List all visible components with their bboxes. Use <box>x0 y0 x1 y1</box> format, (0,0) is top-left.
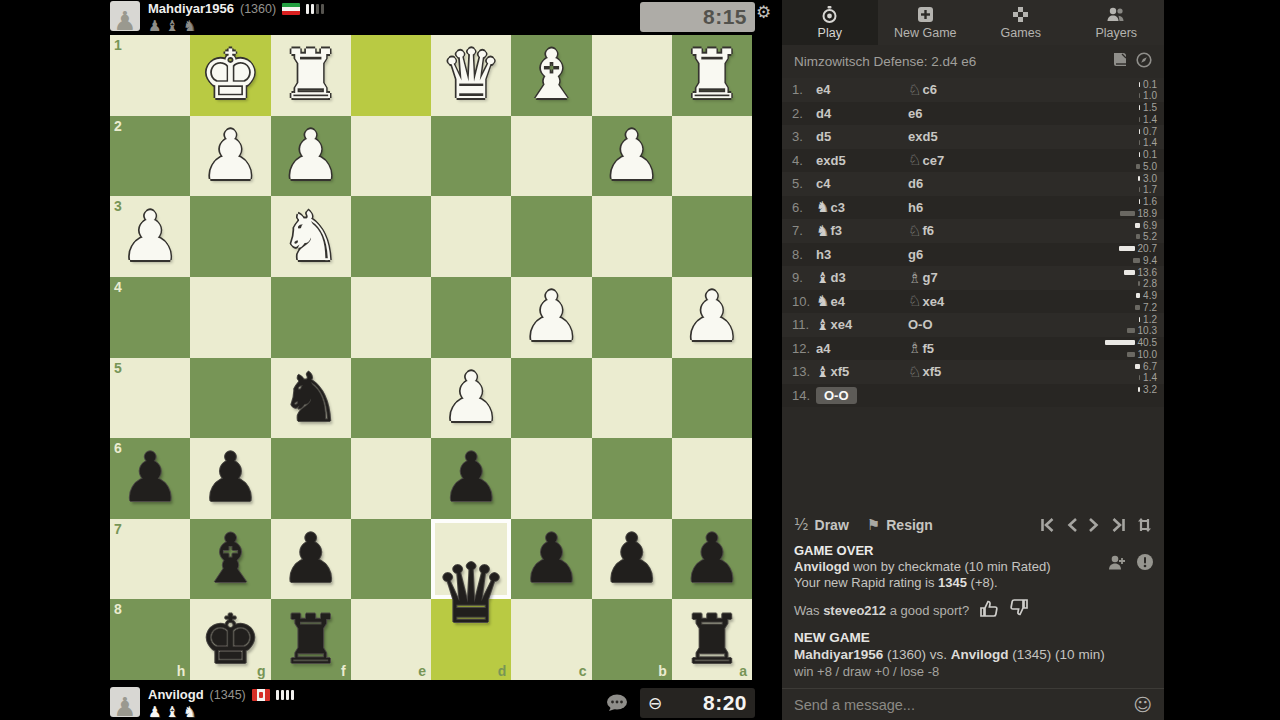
black-move[interactable]: ♗f5 <box>908 339 1054 357</box>
rank-label: 1 <box>114 37 122 53</box>
move-row: 7.♞f3♘f66.95.2 <box>782 219 1164 243</box>
chess-board[interactable]: 1♚♜♛♝♜2♟♟♟3♟♞4♟♟5♞♟6♟♟♟7♝♟♛♟♟♟8hg♚f♜edcb… <box>110 35 752 680</box>
piece-icon: ♝ <box>816 363 829 381</box>
square-c7[interactable]: ♟ <box>511 519 591 600</box>
square-a7[interactable]: ♟ <box>672 519 752 600</box>
black-move[interactable]: ♘c6 <box>908 81 1054 99</box>
report-icon[interactable] <box>1136 553 1154 575</box>
black-pawn[interactable]: ♟ <box>431 438 511 519</box>
move-row: 8.h3g620.79.4 <box>782 243 1164 267</box>
tab-new-game[interactable]: New Game <box>878 0 974 45</box>
white-move[interactable]: ♝xe4 <box>816 316 908 334</box>
half-point-icon: ½ <box>794 516 809 534</box>
black-rook[interactable]: ♜ <box>672 599 752 680</box>
rank-label: 8 <box>114 601 122 617</box>
square-a5[interactable] <box>672 358 752 439</box>
connection-signal-icon <box>306 4 324 14</box>
sidebar: Play New Game Games Players Nimzowitsch … <box>782 0 1164 720</box>
bottom-player-bar: ♟ Anvilogd (1345) ♟♝♞ ⊖ 8:20 <box>110 686 770 720</box>
square-g8[interactable]: g♚ <box>190 599 270 680</box>
piece-icon: ♞ <box>816 222 829 240</box>
square-d1[interactable]: ♛ <box>431 35 511 116</box>
add-friend-icon[interactable] <box>1107 554 1126 575</box>
square-d4[interactable] <box>431 277 511 358</box>
iran-flag-icon <box>282 3 300 15</box>
square-g3[interactable] <box>190 196 270 277</box>
white-move[interactable]: ♞f3 <box>816 222 908 240</box>
smiley-icon[interactable]: ☺ <box>1133 694 1152 715</box>
move-list: 1.e4♘c60.11.02.d4e61.51.43.d5exd50.71.44… <box>782 78 1164 407</box>
square-b7[interactable]: ♟ <box>592 519 672 600</box>
square-h5[interactable]: 5 <box>110 358 190 439</box>
clock-bottom: ⊖ 8:20 <box>640 688 755 718</box>
tab-play[interactable]: Play <box>782 0 878 45</box>
move-row: 5.c4d63.01.7 <box>782 172 1164 196</box>
move-number: 11. <box>782 317 816 332</box>
sportsmanship-row: Was steveo212 a good sport? <box>782 593 1164 627</box>
rank-label: 2 <box>114 118 122 134</box>
white-pawn[interactable]: ♟ <box>190 116 270 197</box>
square-f5[interactable]: ♞ <box>271 358 351 439</box>
black-move[interactable]: ♗g7 <box>908 269 1054 287</box>
square-b6[interactable] <box>592 438 672 519</box>
explorer-compass-icon[interactable] <box>1136 52 1152 72</box>
piece-icon: ♝ <box>816 316 829 334</box>
piece-icon: ♞ <box>816 292 829 310</box>
black-move[interactable]: O-O <box>908 317 1054 332</box>
black-move[interactable]: d6 <box>908 176 1054 191</box>
square-c3[interactable] <box>511 196 591 277</box>
game-over-result: Anvilogd won by checkmate (10 min Rated) <box>794 559 1152 575</box>
move-number: 1. <box>782 82 816 97</box>
first-move-button[interactable] <box>1039 517 1056 533</box>
move-times: 1.618.9 <box>1054 196 1164 219</box>
move-row: 3.d5exd50.71.4 <box>782 125 1164 149</box>
black-pawn[interactable]: ♟ <box>672 519 752 600</box>
player-name-top[interactable]: Mahdiyar1956 <box>148 1 234 16</box>
move-times: 6.95.2 <box>1054 219 1164 242</box>
black-pawn[interactable]: ♟ <box>110 438 190 519</box>
square-e8[interactable]: e <box>351 599 431 680</box>
white-move[interactable]: a4 <box>816 341 908 356</box>
rank-label: 7 <box>114 521 122 537</box>
square-a8[interactable]: a♜ <box>672 599 752 680</box>
white-pawn[interactable]: ♟ <box>431 358 511 439</box>
square-f8[interactable]: f♜ <box>271 599 351 680</box>
black-king[interactable]: ♚ <box>190 599 270 680</box>
white-bishop[interactable]: ♝ <box>511 35 591 116</box>
new-game-panel: NEW GAME Mahdiyar1956 (1360) vs. Anvilog… <box>782 627 1164 682</box>
square-f3[interactable]: ♞ <box>271 196 351 277</box>
move-row: 14.O-O3.2 <box>782 384 1164 408</box>
move-times: 20.79.4 <box>1054 243 1164 266</box>
tab-players[interactable]: Players <box>1069 0 1165 45</box>
clock-top: 8:15 <box>640 2 755 32</box>
white-pawn[interactable]: ♟ <box>672 277 752 358</box>
square-h1[interactable]: 1 <box>110 35 190 116</box>
piece-icon: ♘ <box>908 81 921 99</box>
square-g2[interactable]: ♟ <box>190 116 270 197</box>
move-row: 10.♞e4♘xe44.97.2 <box>782 290 1164 314</box>
square-b3[interactable] <box>592 196 672 277</box>
square-c6[interactable] <box>511 438 591 519</box>
file-label: b <box>658 663 667 679</box>
resign-flag-icon: ⚑ <box>867 516 880 534</box>
square-f4[interactable] <box>271 277 351 358</box>
square-h2[interactable]: 2 <box>110 116 190 197</box>
pawn-avatar-icon: ♟ <box>113 692 136 717</box>
square-c1[interactable]: ♝ <box>511 35 591 116</box>
move-number: 3. <box>782 129 816 144</box>
move-times: 1.210.3 <box>1054 313 1164 336</box>
move-row: 6.♞c3h61.618.9 <box>782 196 1164 220</box>
players-icon <box>1106 6 1126 23</box>
move-row: 12.a4♗f540.510.0 <box>782 337 1164 361</box>
move-number: 13. <box>782 364 816 379</box>
square-d5[interactable]: ♟ <box>431 358 511 439</box>
square-d7[interactable]: ♛ <box>431 519 511 600</box>
move-number: 5. <box>782 176 816 191</box>
square-c8[interactable]: c <box>511 599 591 680</box>
captured-pieces-top: ♟♝♞ <box>148 17 324 33</box>
thumbs-down-icon[interactable] <box>1009 599 1029 621</box>
square-a4[interactable]: ♟ <box>672 277 752 358</box>
canada-flag-icon <box>252 689 270 701</box>
square-d2[interactable] <box>431 116 511 197</box>
black-move[interactable]: ♘xe4 <box>908 292 1054 310</box>
piece-icon: ♘ <box>908 151 921 169</box>
white-king[interactable]: ♚ <box>190 35 270 116</box>
move-number: 12. <box>782 341 816 356</box>
move-row: 1.e4♘c60.11.0 <box>782 78 1164 102</box>
square-g5[interactable] <box>190 358 270 439</box>
white-move[interactable]: ♞c3 <box>816 198 908 216</box>
white-move[interactable]: h3 <box>816 247 908 262</box>
square-e1[interactable] <box>351 35 431 116</box>
captured-pieces-bottom: ♟♝♞ <box>148 703 294 719</box>
opening-row: Nimzowitsch Defense: 2.d4 e6 <box>782 45 1164 78</box>
black-pawn[interactable]: ♟ <box>271 519 351 600</box>
tab-bar: Play New Game Games Players <box>782 0 1164 45</box>
connection-signal-icon <box>276 690 294 700</box>
move-number: 7. <box>782 223 816 238</box>
draw-button[interactable]: ½ Draw <box>794 516 849 534</box>
move-number: 14. <box>782 388 816 403</box>
rank-label: 5 <box>114 360 122 376</box>
piece-icon: ♝ <box>816 269 829 287</box>
move-times: 13.62.8 <box>1054 266 1164 289</box>
square-f2[interactable]: ♟ <box>271 116 351 197</box>
new-game-matchup: Mahdiyar1956 (1360) vs. Anvilogd (1345) … <box>794 646 1152 663</box>
move-row: 2.d4e61.51.4 <box>782 102 1164 126</box>
openings-book-icon[interactable] <box>1112 52 1128 71</box>
move-times: 1.51.4 <box>1054 102 1164 125</box>
white-pawn[interactable]: ♟ <box>511 277 591 358</box>
player-rating-bottom: (1345) <box>210 688 246 702</box>
file-label: c <box>579 663 587 679</box>
black-pawn[interactable]: ♟ <box>592 519 672 600</box>
square-g6[interactable]: ♟ <box>190 438 270 519</box>
black-knight[interactable]: ♞ <box>271 358 351 439</box>
piece-icon: ♘ <box>908 292 921 310</box>
tab-games[interactable]: Games <box>973 0 1069 45</box>
top-player-bar: ♟ Mahdiyar1956 (1360) ♟♝♞ 8:15 <box>110 0 770 34</box>
square-e2[interactable] <box>351 116 431 197</box>
gear-icon[interactable]: ⚙ <box>756 2 771 22</box>
white-pawn[interactable]: ♟ <box>271 116 351 197</box>
square-e7[interactable] <box>351 519 431 600</box>
rating-odds: win +8 / draw +0 / lose -8 <box>794 663 1152 680</box>
black-pawn[interactable]: ♟ <box>511 519 591 600</box>
move-number: 2. <box>782 106 816 121</box>
move-times: 3.2 <box>1054 384 1164 407</box>
file-label: h <box>177 663 186 679</box>
black-move[interactable]: ♘f6 <box>908 222 1054 240</box>
chat-bubble-icon[interactable] <box>606 694 630 716</box>
move-number: 10. <box>782 294 816 309</box>
square-b5[interactable] <box>592 358 672 439</box>
move-times: 6.71.4 <box>1054 360 1164 383</box>
square-e6[interactable] <box>351 438 431 519</box>
message-input[interactable]: Send a message... <box>794 697 1133 713</box>
chat-footer: Send a message... ☺ <box>782 688 1164 720</box>
avatar-bottom[interactable]: ♟ <box>110 687 140 717</box>
square-f6[interactable] <box>271 438 351 519</box>
square-c5[interactable] <box>511 358 591 439</box>
square-g4[interactable] <box>190 277 270 358</box>
white-move[interactable]: ♝xf5 <box>816 363 908 381</box>
square-c2[interactable] <box>511 116 591 197</box>
thumbs-up-icon[interactable] <box>979 599 999 621</box>
sportsmanship-question: Was steveo212 a good sport? <box>794 603 969 618</box>
white-move[interactable]: c4 <box>816 176 908 191</box>
square-a1[interactable]: ♜ <box>672 35 752 116</box>
white-pawn[interactable]: ♟ <box>110 196 190 277</box>
new-game-title: NEW GAME <box>794 629 1152 646</box>
black-rook[interactable]: ♜ <box>271 599 351 680</box>
square-h3[interactable]: 3♟ <box>110 196 190 277</box>
move-number: 9. <box>782 270 816 285</box>
white-move[interactable]: d4 <box>816 106 908 121</box>
new-rating-line: Your new Rapid rating is 1345 (+8). <box>794 575 1152 591</box>
white-move[interactable]: ♞e4 <box>816 292 908 310</box>
square-b2[interactable]: ♟ <box>592 116 672 197</box>
square-d3[interactable] <box>431 196 511 277</box>
square-h6[interactable]: 6♟ <box>110 438 190 519</box>
move-number: 4. <box>782 153 816 168</box>
black-move[interactable]: ♘ce7 <box>908 151 1054 169</box>
top-player-info: Mahdiyar1956 (1360) ♟♝♞ <box>148 1 324 33</box>
black-move[interactable]: exd5 <box>908 129 1054 144</box>
white-knight[interactable]: ♞ <box>271 196 351 277</box>
move-row: 9.♝d3♗g713.62.8 <box>782 266 1164 290</box>
resign-button[interactable]: ⚑ Resign <box>867 516 933 534</box>
last-move-button[interactable] <box>1110 517 1127 533</box>
white-rook[interactable]: ♜ <box>672 35 752 116</box>
file-label: d <box>498 663 507 679</box>
square-h4[interactable]: 4 <box>110 277 190 358</box>
square-f1[interactable]: ♜ <box>271 35 351 116</box>
square-c4[interactable]: ♟ <box>511 277 591 358</box>
piece-icon: ♞ <box>816 198 829 216</box>
black-queen[interactable]: ♛ <box>431 554 511 635</box>
flip-board-icon[interactable] <box>1137 517 1152 533</box>
move-times: 0.15.0 <box>1054 149 1164 172</box>
rank-label: 4 <box>114 279 122 295</box>
stopwatch-icon <box>821 6 838 23</box>
bottom-player-info: Anvilogd (1345) ♟♝♞ <box>148 687 294 719</box>
black-pawn[interactable]: ♟ <box>190 438 270 519</box>
piece-icon: ♗ <box>908 269 921 287</box>
square-h7[interactable]: 7 <box>110 519 190 600</box>
black-move[interactable]: e6 <box>908 106 1054 121</box>
white-move[interactable]: exd5 <box>816 153 908 168</box>
move-times: 40.510.0 <box>1054 337 1164 360</box>
file-label: e <box>418 663 426 679</box>
black-move[interactable]: ♘xf5 <box>908 363 1054 381</box>
white-queen[interactable]: ♛ <box>431 35 511 116</box>
checkerboard-icon <box>1012 6 1029 23</box>
next-move-button[interactable] <box>1088 517 1100 533</box>
pawn-avatar-icon: ♟ <box>113 6 136 31</box>
game-over-title: GAME OVER <box>794 543 1152 559</box>
avatar-top[interactable]: ♟ <box>110 1 140 31</box>
white-pawn[interactable]: ♟ <box>592 116 672 197</box>
prev-move-button[interactable] <box>1066 517 1078 533</box>
white-move[interactable]: e4 <box>816 82 908 97</box>
black-bishop[interactable]: ♝ <box>190 519 270 600</box>
square-b1[interactable] <box>592 35 672 116</box>
square-a6[interactable] <box>672 438 752 519</box>
square-b8[interactable]: b <box>592 599 672 680</box>
black-move[interactable]: g6 <box>908 247 1054 262</box>
move-times: 3.01.7 <box>1054 172 1164 195</box>
white-move[interactable]: d5 <box>816 129 908 144</box>
move-times: 0.71.4 <box>1054 125 1164 148</box>
white-rook[interactable]: ♜ <box>271 35 351 116</box>
move-number: 8. <box>782 247 816 262</box>
square-b4[interactable] <box>592 277 672 358</box>
move-number: 6. <box>782 200 816 215</box>
square-e4[interactable] <box>351 277 431 358</box>
player-name-bottom[interactable]: Anvilogd <box>148 687 204 702</box>
player-rating-top: (1360) <box>240 2 276 16</box>
square-g1[interactable]: ♚ <box>190 35 270 116</box>
white-move[interactable]: ♝d3 <box>816 269 908 287</box>
piece-icon: ♗ <box>908 339 921 357</box>
square-d6[interactable]: ♟ <box>431 438 511 519</box>
move-times: 4.97.2 <box>1054 290 1164 313</box>
square-h8[interactable]: 8h <box>110 599 190 680</box>
move-row: 11.♝xe4O-O1.210.3 <box>782 313 1164 337</box>
move-row: 13.♝xf5♘xf56.71.4 <box>782 360 1164 384</box>
square-a3[interactable] <box>672 196 752 277</box>
chess-app: ♟ Mahdiyar1956 (1360) ♟♝♞ 8:15 1♚♜♛♝♜2♟♟… <box>0 0 1280 720</box>
move-times: 0.11.0 <box>1054 78 1164 101</box>
piece-icon: ♘ <box>908 222 921 240</box>
move-navigation <box>1039 517 1152 533</box>
square-g7[interactable]: ♝ <box>190 519 270 600</box>
piece-icon: ♘ <box>908 363 921 381</box>
plus-square-icon <box>917 6 934 23</box>
minus-circle-icon: ⊖ <box>648 693 663 713</box>
move-row: 4.exd5♘ce70.15.0 <box>782 149 1164 173</box>
game-controls: ½ Draw ⚑ Resign <box>782 511 1164 539</box>
game-over-panel: GAME OVER Anvilogd won by checkmate (10 … <box>782 539 1164 593</box>
square-e5[interactable] <box>351 358 431 439</box>
square-e3[interactable] <box>351 196 431 277</box>
opening-name: Nimzowitsch Defense: 2.d4 e6 <box>794 54 1104 69</box>
square-f7[interactable]: ♟ <box>271 519 351 600</box>
square-a2[interactable] <box>672 116 752 197</box>
white-move[interactable]: O-O <box>816 387 908 404</box>
black-move[interactable]: h6 <box>908 200 1054 215</box>
